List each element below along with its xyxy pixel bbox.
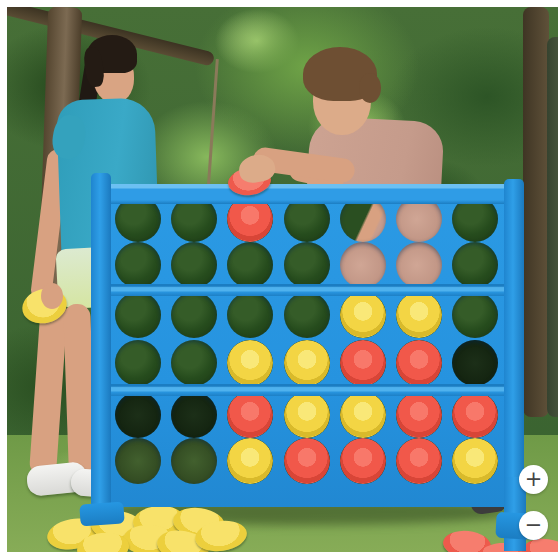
tree-trunk-right xyxy=(523,7,549,417)
board-cell-r2-c5 xyxy=(340,242,386,288)
board-cell-r5-c4 xyxy=(284,392,330,438)
board-cell-r2-c6 xyxy=(396,242,442,288)
board-cell-r2-c3 xyxy=(227,242,273,288)
board-cell-r3-c1 xyxy=(115,292,161,338)
lifestyle-photo xyxy=(7,7,558,552)
yellow-disc-r4-c4 xyxy=(284,340,330,386)
board-cell-r4-c4 xyxy=(284,340,330,386)
yellow-disc-r3-c5 xyxy=(340,292,386,338)
yellow-disc-r6-c7 xyxy=(452,438,498,484)
board-rail-middle-1 xyxy=(103,284,511,296)
board-cell-r2-c7 xyxy=(452,242,498,288)
board-cell-r3-c6 xyxy=(396,292,442,338)
red-disc-r5-c6 xyxy=(396,392,442,438)
board-cell-r5-c5 xyxy=(340,392,386,438)
board-cell-r4-c5 xyxy=(340,340,386,386)
board-cell-r2-c1 xyxy=(115,242,161,288)
board-cell-r2-c2 xyxy=(171,242,217,288)
board-cell-r5-c3 xyxy=(227,392,273,438)
red-disc-r5-c3 xyxy=(227,392,273,438)
board-cell-r6-c7 xyxy=(452,438,498,484)
red-disc-r6-c6 xyxy=(396,438,442,484)
board-cell-r6-c4 xyxy=(284,438,330,484)
board-cell-r4-c2 xyxy=(171,340,217,386)
tree-trunk-right-2 xyxy=(547,37,558,417)
board-top-rail xyxy=(99,184,515,204)
board-cell-r3-c4 xyxy=(284,292,330,338)
board-cell-r3-c5 xyxy=(340,292,386,338)
yellow-disc-r6-c3 xyxy=(227,438,273,484)
boy-hair-curl xyxy=(359,73,381,103)
red-disc-r6-c4 xyxy=(284,438,330,484)
yellow-disc-r3-c6 xyxy=(396,292,442,338)
board-cell-r5-c6 xyxy=(396,392,442,438)
board-cell-r5-c2 xyxy=(171,392,217,438)
board-cell-r6-c1 xyxy=(115,438,161,484)
board-grid xyxy=(110,197,504,507)
yellow-disc-r5-c4 xyxy=(284,392,330,438)
yellow-disc-r4-c3 xyxy=(227,340,273,386)
yellow-disc-r5-c5 xyxy=(340,392,386,438)
board-cell-r3-c7 xyxy=(452,292,498,338)
board-left-foot xyxy=(79,501,124,526)
red-disc-r6-c5 xyxy=(340,438,386,484)
girl-hand xyxy=(41,283,63,309)
board-cell-r6-c6 xyxy=(396,438,442,484)
red-disc-r5-c7 xyxy=(452,392,498,438)
product-image-viewer: + − xyxy=(0,0,558,556)
board-cell-r5-c7 xyxy=(452,392,498,438)
board-cell-r6-c3 xyxy=(227,438,273,484)
board-cell-r4-c7 xyxy=(452,340,498,386)
board-cell-r4-c3 xyxy=(227,340,273,386)
zoom-in-button[interactable]: + xyxy=(519,465,548,494)
board-cell-r4-c6 xyxy=(396,340,442,386)
board-cell-r2-c4 xyxy=(284,242,330,288)
board-cell-r4-c1 xyxy=(115,340,161,386)
board-cell-r6-c5 xyxy=(340,438,386,484)
board-rail-middle-2 xyxy=(103,384,511,396)
board-left-post xyxy=(91,173,111,521)
board-cell-r3-c2 xyxy=(171,292,217,338)
zoom-out-button[interactable]: − xyxy=(519,511,548,540)
board-cell-r3-c3 xyxy=(227,292,273,338)
board-cell-r6-c2 xyxy=(171,438,217,484)
board-cell-r5-c1 xyxy=(115,392,161,438)
red-disc-r4-c5 xyxy=(340,340,386,386)
red-disc-r4-c6 xyxy=(396,340,442,386)
